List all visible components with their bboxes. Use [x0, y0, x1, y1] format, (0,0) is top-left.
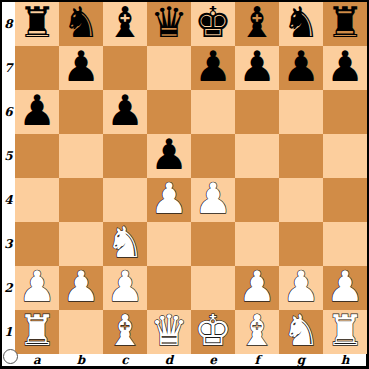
piece-white-bishop[interactable]: ♝ — [106, 309, 144, 353]
piece-white-rook[interactable]: ♜ — [18, 309, 56, 353]
square-e7[interactable]: ♟ — [191, 46, 235, 90]
square-f3[interactable] — [235, 222, 279, 266]
square-f2[interactable]: ♟ — [235, 266, 279, 310]
square-a7[interactable] — [15, 46, 59, 90]
file-labels: a b c d e f g h — [15, 354, 367, 366]
file-label-h: h — [323, 354, 367, 366]
square-h5[interactable] — [323, 134, 367, 178]
square-c4[interactable] — [103, 178, 147, 222]
square-f6[interactable] — [235, 90, 279, 134]
square-c7[interactable] — [103, 46, 147, 90]
chess-board[interactable]: ♜♞♝♛♚♝♞♜♟♟♟♟♟♟♟♟♟♟♞♟♟♟♟♟♟♜♝♛♚♝♞♜ — [15, 2, 367, 354]
square-b7[interactable]: ♟ — [59, 46, 103, 90]
square-a4[interactable] — [15, 178, 59, 222]
file-label-d: d — [147, 354, 191, 366]
square-h3[interactable] — [323, 222, 367, 266]
square-e8[interactable]: ♚ — [191, 2, 235, 46]
square-d7[interactable] — [147, 46, 191, 90]
piece-white-bishop[interactable]: ♝ — [238, 309, 276, 353]
rank-label-7: 7 — [2, 46, 15, 90]
square-b6[interactable] — [59, 90, 103, 134]
square-c5[interactable] — [103, 134, 147, 178]
piece-black-pawn[interactable]: ♟ — [194, 45, 232, 89]
piece-white-pawn[interactable]: ♟ — [282, 265, 320, 309]
piece-white-pawn[interactable]: ♟ — [194, 177, 232, 221]
square-g8[interactable]: ♞ — [279, 2, 323, 46]
square-b1[interactable] — [59, 310, 103, 354]
piece-white-pawn[interactable]: ♟ — [106, 265, 144, 309]
square-d3[interactable] — [147, 222, 191, 266]
square-h2[interactable]: ♟ — [323, 266, 367, 310]
square-a2[interactable]: ♟ — [15, 266, 59, 310]
piece-black-pawn[interactable]: ♟ — [238, 45, 276, 89]
piece-white-knight[interactable]: ♞ — [106, 221, 144, 265]
piece-black-rook[interactable]: ♜ — [326, 1, 364, 45]
square-h8[interactable]: ♜ — [323, 2, 367, 46]
piece-black-pawn[interactable]: ♟ — [326, 45, 364, 89]
square-a3[interactable] — [15, 222, 59, 266]
square-d6[interactable] — [147, 90, 191, 134]
square-d5[interactable]: ♟ — [147, 134, 191, 178]
square-c6[interactable]: ♟ — [103, 90, 147, 134]
square-a8[interactable]: ♜ — [15, 2, 59, 46]
square-d1[interactable]: ♛ — [147, 310, 191, 354]
square-e6[interactable] — [191, 90, 235, 134]
rank-label-2: 2 — [2, 266, 15, 310]
square-g4[interactable] — [279, 178, 323, 222]
square-h7[interactable]: ♟ — [323, 46, 367, 90]
square-b8[interactable]: ♞ — [59, 2, 103, 46]
square-g3[interactable] — [279, 222, 323, 266]
file-label-f: f — [235, 354, 279, 366]
file-label-c: c — [103, 354, 147, 366]
square-g7[interactable]: ♟ — [279, 46, 323, 90]
chess-diagram: 8 7 6 5 4 3 2 1 ♜♞♝♛♚♝♞♜♟♟♟♟♟♟♟♟♟♟♞♟♟♟♟♟… — [0, 0, 369, 369]
rank-label-3: 3 — [2, 222, 15, 266]
file-label-a: a — [15, 354, 59, 366]
square-h1[interactable]: ♜ — [323, 310, 367, 354]
piece-black-pawn[interactable]: ♟ — [150, 133, 188, 177]
piece-black-bishop[interactable]: ♝ — [238, 1, 276, 45]
rank-label-6: 6 — [2, 90, 15, 134]
square-f4[interactable] — [235, 178, 279, 222]
square-f1[interactable]: ♝ — [235, 310, 279, 354]
piece-black-knight[interactable]: ♞ — [282, 1, 320, 45]
square-c8[interactable]: ♝ — [103, 2, 147, 46]
rank-labels: 8 7 6 5 4 3 2 1 — [2, 2, 15, 354]
square-e3[interactable] — [191, 222, 235, 266]
piece-white-knight[interactable]: ♞ — [282, 309, 320, 353]
square-b5[interactable] — [59, 134, 103, 178]
square-e4[interactable]: ♟ — [191, 178, 235, 222]
piece-black-pawn[interactable]: ♟ — [106, 89, 144, 133]
square-h6[interactable] — [323, 90, 367, 134]
file-label-g: g — [279, 354, 323, 366]
square-c1[interactable]: ♝ — [103, 310, 147, 354]
piece-black-rook[interactable]: ♜ — [18, 1, 56, 45]
rank-label-8: 8 — [2, 2, 15, 46]
square-f7[interactable]: ♟ — [235, 46, 279, 90]
square-e2[interactable] — [191, 266, 235, 310]
square-f8[interactable]: ♝ — [235, 2, 279, 46]
piece-white-pawn[interactable]: ♟ — [238, 265, 276, 309]
square-a6[interactable]: ♟ — [15, 90, 59, 134]
file-label-b: b — [59, 354, 103, 366]
square-b2[interactable]: ♟ — [59, 266, 103, 310]
square-e5[interactable] — [191, 134, 235, 178]
piece-black-king[interactable]: ♚ — [194, 1, 232, 45]
square-c2[interactable]: ♟ — [103, 266, 147, 310]
piece-white-pawn[interactable]: ♟ — [18, 265, 56, 309]
file-label-e: e — [191, 354, 235, 366]
square-d8[interactable]: ♛ — [147, 2, 191, 46]
square-g5[interactable] — [279, 134, 323, 178]
rank-label-1: 1 — [2, 310, 15, 354]
square-b4[interactable] — [59, 178, 103, 222]
square-f5[interactable] — [235, 134, 279, 178]
board-margin: 8 7 6 5 4 3 2 1 ♜♞♝♛♚♝♞♜♟♟♟♟♟♟♟♟♟♟♞♟♟♟♟♟… — [2, 2, 366, 366]
square-g6[interactable] — [279, 90, 323, 134]
square-h4[interactable] — [323, 178, 367, 222]
piece-white-pawn[interactable]: ♟ — [326, 265, 364, 309]
piece-white-king[interactable]: ♚ — [194, 309, 232, 353]
square-c3[interactable]: ♞ — [103, 222, 147, 266]
piece-black-queen[interactable]: ♛ — [150, 1, 188, 45]
rank-label-5: 5 — [2, 134, 15, 178]
square-d4[interactable]: ♟ — [147, 178, 191, 222]
piece-black-pawn[interactable]: ♟ — [282, 45, 320, 89]
piece-white-rook[interactable]: ♜ — [326, 309, 364, 353]
square-e1[interactable]: ♚ — [191, 310, 235, 354]
piece-black-bishop[interactable]: ♝ — [106, 1, 144, 45]
piece-black-pawn[interactable]: ♟ — [18, 89, 56, 133]
piece-white-queen[interactable]: ♛ — [150, 309, 188, 353]
square-d2[interactable] — [147, 266, 191, 310]
piece-white-pawn[interactable]: ♟ — [150, 177, 188, 221]
piece-black-knight[interactable]: ♞ — [62, 1, 100, 45]
piece-black-pawn[interactable]: ♟ — [62, 45, 100, 89]
square-a5[interactable] — [15, 134, 59, 178]
square-a1[interactable]: ♜ — [15, 310, 59, 354]
square-b3[interactable] — [59, 222, 103, 266]
piece-white-pawn[interactable]: ♟ — [62, 265, 100, 309]
square-g2[interactable]: ♟ — [279, 266, 323, 310]
white-to-move-indicator — [3, 349, 18, 364]
rank-label-4: 4 — [2, 178, 15, 222]
square-g1[interactable]: ♞ — [279, 310, 323, 354]
